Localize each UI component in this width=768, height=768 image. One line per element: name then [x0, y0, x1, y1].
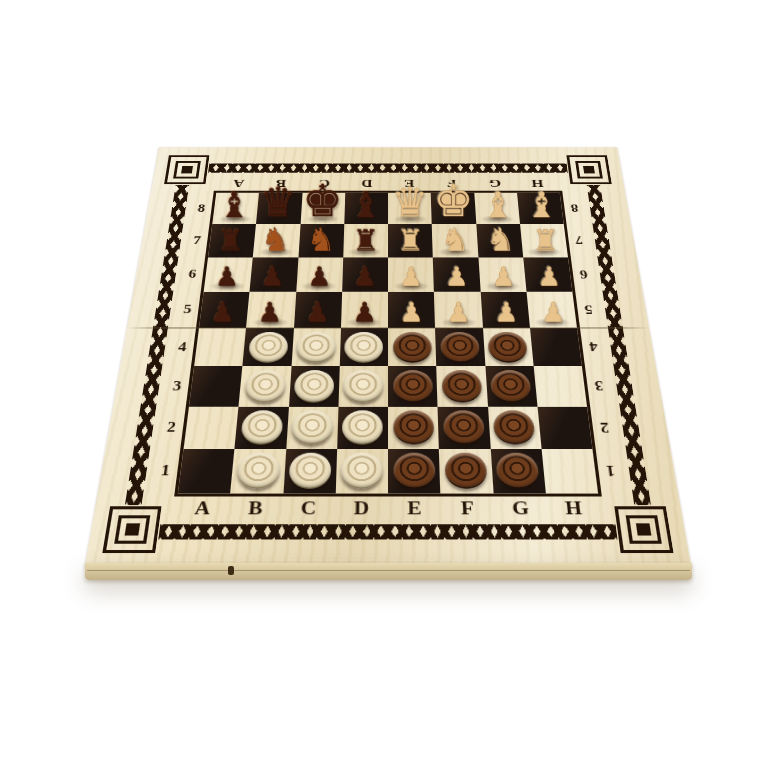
- checker-dark-f4[interactable]: [440, 332, 480, 363]
- file-label-rotated-E: E: [388, 175, 431, 192]
- file-label-rotated-A: A: [216, 175, 261, 192]
- square-d2[interactable]: [337, 406, 388, 448]
- square-e6[interactable]: ♟: [388, 257, 434, 292]
- file-label-rotated-C: C: [302, 175, 345, 192]
- square-b6[interactable]: ♟: [250, 257, 298, 292]
- square-b4[interactable]: [243, 328, 294, 366]
- checker-dark-g4[interactable]: [487, 332, 528, 363]
- piece-light-knight-f7[interactable]: ♞: [433, 224, 478, 255]
- piece-light-pawn-f5[interactable]: ♟: [435, 300, 482, 326]
- rank-label-rotated-3: 3: [583, 366, 616, 406]
- checker-dark-e2[interactable]: [393, 410, 434, 444]
- piece-dark-knight-c7[interactable]: ♞: [298, 224, 343, 255]
- piece-light-rook-e7[interactable]: ♜: [388, 227, 433, 255]
- rank-label-2: 2: [154, 406, 188, 448]
- square-e3[interactable]: [388, 366, 438, 406]
- square-f1[interactable]: [439, 449, 493, 494]
- checker-dark-e1[interactable]: [393, 453, 435, 489]
- file-labels-bottom: ABCDEFGH: [174, 495, 601, 521]
- piece-dark-pawn-d5[interactable]: ♟: [341, 300, 388, 326]
- square-b3[interactable]: [239, 366, 291, 406]
- file-label-H: H: [546, 495, 602, 521]
- square-a6[interactable]: ♟: [204, 257, 253, 292]
- rank-label-rotated-8: 8: [561, 193, 589, 224]
- piece-dark-pawn-c5[interactable]: ♟: [294, 300, 341, 326]
- checker-light-d1[interactable]: [341, 453, 383, 489]
- square-d4[interactable]: [340, 328, 388, 366]
- checker-dark-g3[interactable]: [490, 370, 532, 402]
- box-side-edge: [85, 563, 692, 580]
- piece-light-pawn-f6[interactable]: ♟: [434, 264, 480, 289]
- piece-light-pawn-g6[interactable]: ♟: [480, 264, 526, 289]
- checker-light-d2[interactable]: [342, 410, 383, 444]
- square-a8[interactable]: ♝: [212, 193, 259, 224]
- file-label-C: C: [281, 495, 335, 521]
- file-label-rotated-G: G: [473, 175, 517, 192]
- square-c1[interactable]: [283, 449, 337, 494]
- square-a4[interactable]: [194, 328, 246, 366]
- checker-light-d3[interactable]: [343, 370, 383, 402]
- square-d7[interactable]: ♜: [343, 224, 388, 257]
- rank-label-5: 5: [172, 292, 203, 328]
- checker-light-b2[interactable]: [240, 410, 283, 444]
- square-d8[interactable]: ♝: [344, 193, 388, 224]
- piece-dark-knight-b7[interactable]: ♞: [253, 224, 298, 255]
- piece-light-pawn-e6[interactable]: ♟: [388, 264, 434, 289]
- square-h4[interactable]: [530, 328, 582, 366]
- piece-dark-pawn-b6[interactable]: ♟: [250, 264, 296, 289]
- braid-border-icon: [208, 163, 568, 172]
- piece-light-pawn-h6[interactable]: ♟: [526, 264, 572, 289]
- checker-light-c1[interactable]: [288, 453, 331, 489]
- square-e2[interactable]: [388, 406, 439, 448]
- corner-squares-icon: [102, 506, 161, 553]
- checker-dark-f1[interactable]: [444, 453, 487, 489]
- square-h8[interactable]: ♝: [517, 193, 564, 224]
- square-d3[interactable]: [338, 366, 388, 406]
- rank-label-rotated-6: 6: [569, 257, 599, 292]
- braid-border-icon: [158, 524, 617, 539]
- piece-light-rook-h7[interactable]: ♜: [523, 227, 568, 255]
- square-c4[interactable]: [291, 328, 341, 366]
- checker-dark-g2[interactable]: [493, 410, 536, 444]
- file-label-F: F: [441, 495, 495, 521]
- square-c6[interactable]: ♟: [296, 257, 343, 292]
- square-h1[interactable]: [541, 449, 598, 494]
- checker-light-c4[interactable]: [296, 332, 336, 363]
- box-edge-seam: [87, 570, 690, 571]
- rank-label-6: 6: [177, 257, 207, 292]
- checker-light-b1[interactable]: [236, 453, 281, 489]
- checker-dark-g1[interactable]: [495, 453, 540, 489]
- square-c2[interactable]: [286, 406, 338, 448]
- rank-label-1: 1: [148, 449, 183, 494]
- square-c3[interactable]: [288, 366, 339, 406]
- square-h3[interactable]: [533, 366, 587, 406]
- piece-light-pawn-e5[interactable]: ♟: [388, 300, 435, 326]
- piece-dark-pawn-c6[interactable]: ♟: [296, 264, 342, 289]
- square-g3[interactable]: [485, 366, 537, 406]
- piece-dark-pawn-a6[interactable]: ♟: [204, 264, 250, 289]
- square-g2[interactable]: [488, 406, 542, 448]
- corner-squares-icon: [566, 155, 611, 184]
- square-e1[interactable]: [388, 449, 441, 494]
- square-g4[interactable]: [483, 328, 534, 366]
- square-b7[interactable]: ♞: [253, 224, 300, 257]
- piece-dark-bishop-d8[interactable]: ♝: [344, 189, 388, 223]
- board-product-photo: ABCDEFGH ABCDEFGH 87654321 87654321 ♝♛♚♝…: [0, 0, 768, 768]
- square-d1[interactable]: [335, 449, 388, 494]
- square-h6[interactable]: ♟: [523, 257, 572, 292]
- piece-dark-rook-d7[interactable]: ♜: [343, 227, 388, 255]
- file-labels-top: ABCDEFGH: [216, 175, 559, 192]
- square-b1[interactable]: [230, 449, 285, 494]
- file-label-A: A: [174, 495, 230, 521]
- rank-label-rotated-4: 4: [578, 328, 610, 366]
- square-e8[interactable]: ♛: [388, 193, 432, 224]
- checker-dark-e3[interactable]: [393, 370, 433, 402]
- rank-label-7: 7: [182, 224, 211, 257]
- checker-dark-f3[interactable]: [441, 370, 482, 402]
- square-f5[interactable]: ♟: [434, 292, 482, 328]
- rank-label-rotated-2: 2: [588, 406, 622, 448]
- piece-dark-pawn-b5[interactable]: ♟: [246, 300, 293, 326]
- square-g6[interactable]: ♟: [478, 257, 526, 292]
- square-b2[interactable]: [235, 406, 289, 448]
- rank-label-8: 8: [187, 193, 215, 224]
- rank-label-rotated-7: 7: [565, 224, 594, 257]
- file-label-B: B: [228, 495, 283, 521]
- checker-light-b3[interactable]: [244, 370, 286, 402]
- file-label-rotated-H: H: [515, 175, 560, 192]
- square-g7[interactable]: ♞: [476, 224, 523, 257]
- square-e4[interactable]: [388, 328, 436, 366]
- square-h5[interactable]: ♟: [526, 292, 577, 328]
- piece-dark-rook-a7[interactable]: ♜: [208, 227, 253, 255]
- corner-squares-icon: [614, 506, 673, 553]
- square-h7[interactable]: ♜: [520, 224, 568, 257]
- piece-light-pawn-h5[interactable]: ♟: [530, 300, 577, 326]
- file-label-E: E: [388, 495, 441, 521]
- file-label-rotated-D: D: [345, 175, 388, 192]
- square-e7[interactable]: ♜: [388, 224, 433, 257]
- square-f6[interactable]: ♟: [433, 257, 480, 292]
- rank-label-3: 3: [161, 366, 194, 406]
- square-a3[interactable]: [189, 366, 243, 406]
- piece-light-bishop-g8[interactable]: ♝: [476, 189, 520, 223]
- square-a2[interactable]: [184, 406, 239, 448]
- checker-light-d4[interactable]: [344, 332, 383, 363]
- checker-light-c3[interactable]: [294, 370, 335, 402]
- square-f2[interactable]: [438, 406, 490, 448]
- piece-light-pawn-g5[interactable]: ♟: [482, 300, 529, 326]
- square-f7[interactable]: ♞: [432, 224, 478, 257]
- piece-dark-pawn-a5[interactable]: ♟: [199, 300, 246, 326]
- square-a1[interactable]: [178, 449, 235, 494]
- square-d5[interactable]: ♟: [341, 292, 388, 328]
- file-label-rotated-F: F: [430, 175, 473, 192]
- square-c7[interactable]: ♞: [298, 224, 344, 257]
- square-e5[interactable]: ♟: [388, 292, 435, 328]
- checker-dark-f2[interactable]: [443, 410, 485, 444]
- hinge-notch: [228, 566, 234, 575]
- piece-dark-bishop-a8[interactable]: ♝: [213, 189, 257, 223]
- file-label-D: D: [335, 495, 388, 521]
- rank-label-rotated-1: 1: [594, 449, 629, 494]
- square-b5[interactable]: ♟: [246, 292, 296, 328]
- square-g5[interactable]: ♟: [480, 292, 530, 328]
- square-h2[interactable]: [537, 406, 592, 448]
- rank-label-4: 4: [166, 328, 198, 366]
- corner-squares-icon: [164, 155, 209, 184]
- checker-dark-e4[interactable]: [393, 332, 432, 363]
- board-face: ABCDEFGH ABCDEFGH 87654321 87654321 ♝♛♚♝…: [85, 147, 691, 566]
- square-d6[interactable]: ♟: [342, 257, 388, 292]
- square-f4[interactable]: [435, 328, 485, 366]
- piece-dark-pawn-d6[interactable]: ♟: [342, 264, 388, 289]
- square-c5[interactable]: ♟: [294, 292, 342, 328]
- checker-light-b4[interactable]: [248, 332, 289, 363]
- square-g1[interactable]: [490, 449, 545, 494]
- playing-field: ♝♛♚♝♛♚♝♝♜♞♞♜♜♞♞♜♟♟♟♟♟♟♟♟♟♟♟♟♟♟♟♟: [178, 193, 598, 494]
- file-label-rotated-B: B: [259, 175, 303, 192]
- file-label-G: G: [493, 495, 548, 521]
- square-a5[interactable]: ♟: [199, 292, 250, 328]
- square-a7[interactable]: ♜: [208, 224, 256, 257]
- piece-light-knight-g7[interactable]: ♞: [478, 224, 523, 255]
- rank-label-rotated-5: 5: [573, 292, 604, 328]
- checker-light-c2[interactable]: [291, 410, 333, 444]
- piece-light-bishop-h8[interactable]: ♝: [520, 189, 564, 223]
- square-f3[interactable]: [436, 366, 487, 406]
